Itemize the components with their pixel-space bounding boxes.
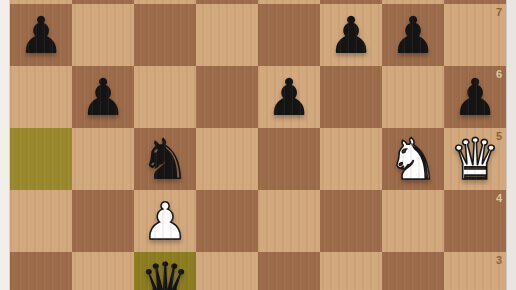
board-viewport: ♟♟♟7♟♟♟6♞♞♛5♟4♛3	[0, 0, 516, 290]
square-e7[interactable]	[258, 4, 320, 66]
square-g6[interactable]	[382, 66, 444, 128]
square-b5[interactable]	[72, 128, 134, 190]
white-queen[interactable]: ♛	[449, 131, 500, 188]
square-e4[interactable]	[258, 190, 320, 252]
square-b3[interactable]	[72, 252, 134, 290]
square-a6[interactable]	[10, 66, 72, 128]
square-h5[interactable]: ♛5	[444, 128, 506, 190]
black-pawn[interactable]: ♟	[452, 72, 498, 123]
black-knight[interactable]: ♞	[139, 131, 190, 188]
square-d5[interactable]	[196, 128, 258, 190]
square-g3[interactable]	[382, 252, 444, 290]
square-f3[interactable]	[320, 252, 382, 290]
square-c6[interactable]	[134, 66, 196, 128]
square-d6[interactable]	[196, 66, 258, 128]
square-h4[interactable]: 4	[444, 190, 506, 252]
black-pawn[interactable]: ♟	[266, 72, 312, 123]
square-c5[interactable]: ♞	[134, 128, 196, 190]
square-b7[interactable]	[72, 4, 134, 66]
square-e5[interactable]	[258, 128, 320, 190]
square-h3[interactable]: 3	[444, 252, 506, 290]
square-h7[interactable]: 7	[444, 4, 506, 66]
black-queen[interactable]: ♛	[139, 255, 190, 290]
rank-label-5: 5	[496, 130, 502, 142]
square-f6[interactable]	[320, 66, 382, 128]
rank-label-3: 3	[496, 254, 502, 266]
page-background-right	[506, 0, 516, 290]
square-d4[interactable]	[196, 190, 258, 252]
black-pawn[interactable]: ♟	[328, 10, 374, 61]
square-a7[interactable]: ♟	[10, 4, 72, 66]
square-g4[interactable]	[382, 190, 444, 252]
rank-label-4: 4	[496, 192, 502, 204]
page-background-left	[0, 0, 10, 290]
square-f7[interactable]: ♟	[320, 4, 382, 66]
square-c7[interactable]	[134, 4, 196, 66]
square-a5[interactable]	[10, 128, 72, 190]
square-f5[interactable]	[320, 128, 382, 190]
square-e6[interactable]: ♟	[258, 66, 320, 128]
square-c4[interactable]: ♟	[134, 190, 196, 252]
square-h6[interactable]: ♟6	[444, 66, 506, 128]
square-f4[interactable]	[320, 190, 382, 252]
black-pawn[interactable]: ♟	[18, 10, 64, 61]
square-g7[interactable]: ♟	[382, 4, 444, 66]
square-d3[interactable]	[196, 252, 258, 290]
square-c3[interactable]: ♛	[134, 252, 196, 290]
square-a4[interactable]	[10, 190, 72, 252]
square-b6[interactable]: ♟	[72, 66, 134, 128]
square-d7[interactable]	[196, 4, 258, 66]
square-g5[interactable]: ♞	[382, 128, 444, 190]
square-b4[interactable]	[72, 190, 134, 252]
square-a3[interactable]	[10, 252, 72, 290]
square-e3[interactable]	[258, 252, 320, 290]
rank-label-6: 6	[496, 68, 502, 80]
chess-board: ♟♟♟7♟♟♟6♞♞♛5♟4♛3	[10, 0, 506, 290]
black-pawn[interactable]: ♟	[390, 10, 436, 61]
rank-label-7: 7	[496, 6, 502, 18]
black-pawn[interactable]: ♟	[80, 72, 126, 123]
white-pawn[interactable]: ♟	[142, 196, 188, 247]
white-knight[interactable]: ♞	[387, 131, 438, 188]
